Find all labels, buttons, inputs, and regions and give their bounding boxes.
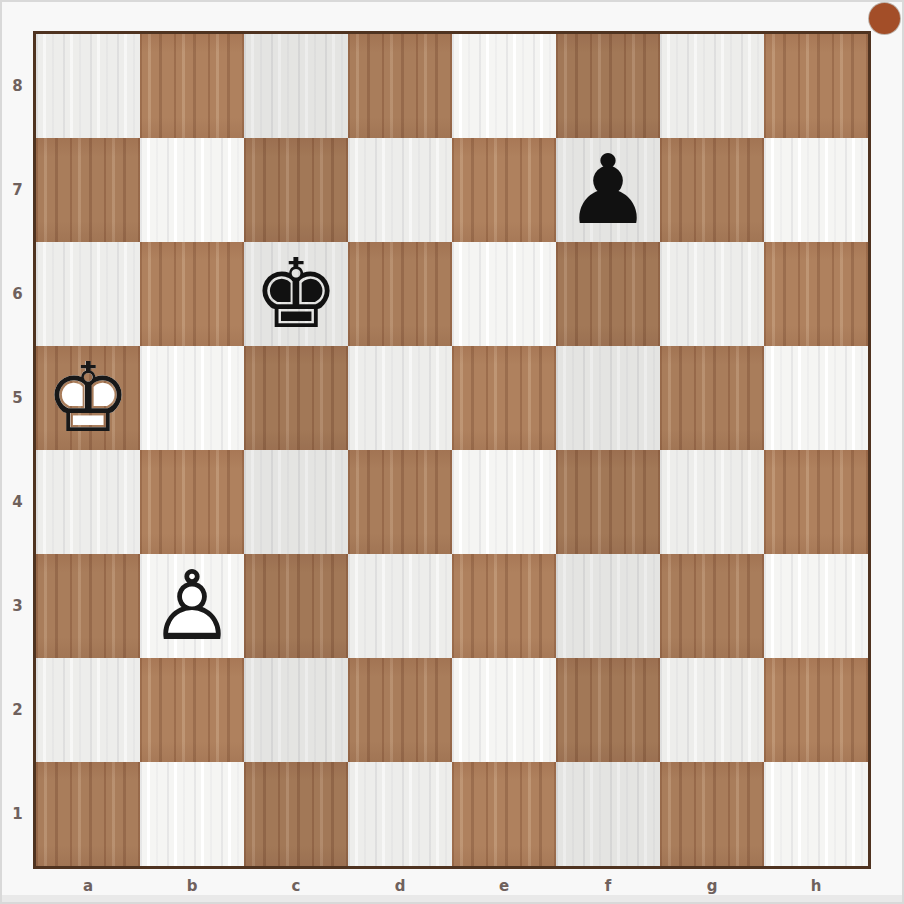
square-b7[interactable] (140, 138, 244, 242)
square-e6[interactable] (452, 242, 556, 346)
square-a3[interactable] (36, 554, 140, 658)
rank-label-8: 8 (2, 34, 33, 138)
square-h6[interactable] (764, 242, 868, 346)
rank-label-7: 7 (2, 138, 33, 242)
white-pawn[interactable]: ♙ (140, 554, 244, 658)
rank-labels: 87654321 (2, 34, 33, 866)
square-h7[interactable] (764, 138, 868, 242)
square-e4[interactable] (452, 450, 556, 554)
square-b8[interactable] (140, 34, 244, 138)
square-a8[interactable] (36, 34, 140, 138)
square-c6[interactable]: ♚ (244, 242, 348, 346)
square-h4[interactable] (764, 450, 868, 554)
square-g8[interactable] (660, 34, 764, 138)
square-g4[interactable] (660, 450, 764, 554)
square-g2[interactable] (660, 658, 764, 762)
square-b2[interactable] (140, 658, 244, 762)
square-f8[interactable] (556, 34, 660, 138)
white-king-fill: ♚ (36, 346, 140, 450)
rank-label-1: 1 (2, 762, 33, 866)
square-a1[interactable] (36, 762, 140, 866)
square-f1[interactable] (556, 762, 660, 866)
square-b6[interactable] (140, 242, 244, 346)
square-c7[interactable] (244, 138, 348, 242)
square-c8[interactable] (244, 34, 348, 138)
square-d7[interactable] (348, 138, 452, 242)
square-b4[interactable] (140, 450, 244, 554)
rank-label-4: 4 (2, 450, 33, 554)
square-a7[interactable] (36, 138, 140, 242)
black-pawn[interactable]: ♟ (556, 138, 660, 242)
square-d4[interactable] (348, 450, 452, 554)
white-pawn-fill: ♟ (140, 554, 244, 658)
square-g6[interactable] (660, 242, 764, 346)
square-e8[interactable] (452, 34, 556, 138)
square-e7[interactable] (452, 138, 556, 242)
square-b1[interactable] (140, 762, 244, 866)
square-f6[interactable] (556, 242, 660, 346)
square-g1[interactable] (660, 762, 764, 866)
side-to-move-indicator (869, 3, 900, 34)
chess-board: ♟♚♚♔♟♙ (33, 31, 871, 869)
square-f2[interactable] (556, 658, 660, 762)
square-a4[interactable] (36, 450, 140, 554)
square-g5[interactable] (660, 346, 764, 450)
square-h1[interactable] (764, 762, 868, 866)
square-c3[interactable] (244, 554, 348, 658)
page: 87654321 ♟♚♚♔♟♙ abcdefgh (0, 0, 904, 904)
square-d6[interactable] (348, 242, 452, 346)
square-a2[interactable] (36, 658, 140, 762)
square-e5[interactable] (452, 346, 556, 450)
square-h2[interactable] (764, 658, 868, 762)
square-d5[interactable] (348, 346, 452, 450)
square-d3[interactable] (348, 554, 452, 658)
rank-label-6: 6 (2, 242, 33, 346)
rank-label-2: 2 (2, 658, 33, 762)
square-h3[interactable] (764, 554, 868, 658)
window-bottom-edge (2, 895, 902, 902)
square-e3[interactable] (452, 554, 556, 658)
square-g3[interactable] (660, 554, 764, 658)
square-b5[interactable] (140, 346, 244, 450)
square-f7[interactable]: ♟ (556, 138, 660, 242)
square-f4[interactable] (556, 450, 660, 554)
square-c2[interactable] (244, 658, 348, 762)
square-f3[interactable] (556, 554, 660, 658)
square-c1[interactable] (244, 762, 348, 866)
square-d1[interactable] (348, 762, 452, 866)
square-e1[interactable] (452, 762, 556, 866)
black-king[interactable]: ♚ (244, 242, 348, 346)
square-b3[interactable]: ♟♙ (140, 554, 244, 658)
square-c5[interactable] (244, 346, 348, 450)
square-c4[interactable] (244, 450, 348, 554)
white-king[interactable]: ♔ (36, 346, 140, 450)
rank-label-3: 3 (2, 554, 33, 658)
rank-label-5: 5 (2, 346, 33, 450)
square-a6[interactable] (36, 242, 140, 346)
square-e2[interactable] (452, 658, 556, 762)
square-h8[interactable] (764, 34, 868, 138)
square-h5[interactable] (764, 346, 868, 450)
square-a5[interactable]: ♚♔ (36, 346, 140, 450)
square-d8[interactable] (348, 34, 452, 138)
square-d2[interactable] (348, 658, 452, 762)
square-f5[interactable] (556, 346, 660, 450)
square-g7[interactable] (660, 138, 764, 242)
